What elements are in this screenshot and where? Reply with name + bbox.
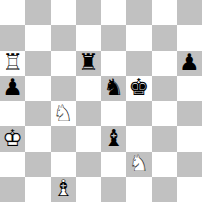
knight-icon: ♘ [126,152,151,175]
square-e1[interactable] [101,177,126,202]
square-e2[interactable] [101,152,126,177]
square-g7[interactable] [152,25,177,50]
square-a4[interactable] [0,101,25,126]
black-knight-e5[interactable]: ♞ [101,76,126,101]
bishop-icon: ♗ [51,177,76,200]
square-f6[interactable] [126,51,151,76]
square-d6[interactable]: ♜ [76,51,101,76]
square-b1[interactable] [25,177,50,202]
square-a6[interactable]: ♜♖ [0,51,25,76]
square-g3[interactable] [152,126,177,151]
square-b6[interactable] [25,51,50,76]
square-b2[interactable] [25,152,50,177]
square-g8[interactable] [152,0,177,25]
black-king-f5[interactable]: ♚ [126,76,151,101]
square-e8[interactable] [101,0,126,25]
square-f5[interactable]: ♚ [126,76,151,101]
white-knight-f2[interactable]: ♞♘ [126,152,151,177]
square-e4[interactable] [101,101,126,126]
square-d4[interactable] [76,101,101,126]
square-e3[interactable]: ♝ [101,126,126,151]
square-f8[interactable] [126,0,151,25]
black-bishop-e3[interactable]: ♝ [101,126,126,151]
square-c8[interactable] [51,0,76,25]
square-c1[interactable]: ♝♗ [51,177,76,202]
square-e5[interactable]: ♞ [101,76,126,101]
square-g5[interactable] [152,76,177,101]
square-d2[interactable] [76,152,101,177]
square-f2[interactable]: ♞♘ [126,152,151,177]
square-c6[interactable] [51,51,76,76]
square-h1[interactable] [177,177,202,202]
square-f4[interactable] [126,101,151,126]
square-b5[interactable] [25,76,50,101]
square-g4[interactable] [152,101,177,126]
rook-icon: ♜ [76,51,101,74]
square-h8[interactable] [177,0,202,25]
bishop-icon: ♝ [101,126,126,149]
square-c7[interactable] [51,25,76,50]
pawn-icon: ♟ [0,76,25,99]
square-b8[interactable] [25,0,50,25]
square-a5[interactable]: ♟ [0,76,25,101]
square-g2[interactable] [152,152,177,177]
square-a7[interactable] [0,25,25,50]
square-a3[interactable]: ♚♔ [0,126,25,151]
square-d8[interactable] [76,0,101,25]
square-d1[interactable] [76,177,101,202]
square-f1[interactable] [126,177,151,202]
square-a1[interactable] [0,177,25,202]
pawn-icon: ♟ [177,51,202,74]
king-icon: ♚ [126,76,151,99]
square-c2[interactable] [51,152,76,177]
square-g1[interactable] [152,177,177,202]
square-c4[interactable]: ♞♘ [51,101,76,126]
square-d3[interactable] [76,126,101,151]
square-d7[interactable] [76,25,101,50]
black-pawn-h6[interactable]: ♟ [177,51,202,76]
square-h3[interactable] [177,126,202,151]
square-f7[interactable] [126,25,151,50]
square-g6[interactable] [152,51,177,76]
rook-icon: ♖ [0,51,25,74]
square-e6[interactable] [101,51,126,76]
square-d5[interactable] [76,76,101,101]
white-king-a3[interactable]: ♚♔ [0,126,25,151]
knight-icon: ♘ [51,101,76,124]
square-b4[interactable] [25,101,50,126]
white-bishop-c1[interactable]: ♝♗ [51,177,76,202]
square-h4[interactable] [177,101,202,126]
chess-board: ♜♖♜♟♟♞♚♞♘♚♔♝♞♘♝♗ [0,0,202,202]
square-b7[interactable] [25,25,50,50]
square-c5[interactable] [51,76,76,101]
white-rook-a6[interactable]: ♜♖ [0,51,25,76]
square-c3[interactable] [51,126,76,151]
square-a8[interactable] [0,0,25,25]
square-h6[interactable]: ♟ [177,51,202,76]
king-icon: ♔ [0,126,25,149]
white-knight-c4[interactable]: ♞♘ [51,101,76,126]
knight-icon: ♞ [101,76,126,99]
square-h7[interactable] [177,25,202,50]
square-a2[interactable] [0,152,25,177]
square-h5[interactable] [177,76,202,101]
square-b3[interactable] [25,126,50,151]
black-pawn-a5[interactable]: ♟ [0,76,25,101]
square-f3[interactable] [126,126,151,151]
black-rook-d6[interactable]: ♜ [76,51,101,76]
square-e7[interactable] [101,25,126,50]
square-h2[interactable] [177,152,202,177]
